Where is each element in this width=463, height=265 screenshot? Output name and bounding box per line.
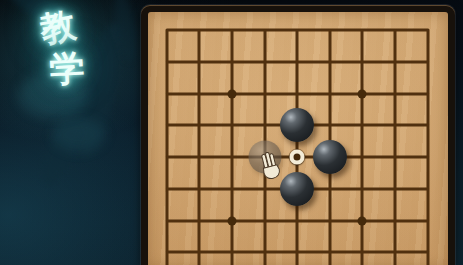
go-board[interactable]: [148, 12, 448, 265]
go-board-grid[interactable]: [167, 30, 428, 265]
grid-line-vertical: [361, 29, 364, 265]
title-char-jiao: 教: [37, 3, 79, 49]
title-char-xue: 学: [48, 47, 85, 90]
grid-line-vertical: [230, 29, 233, 265]
cyan-mist-decoration: [52, 118, 106, 152]
black-stone: [313, 140, 347, 174]
grid-line-vertical: [165, 29, 168, 265]
grid-line-vertical: [394, 29, 397, 265]
star-point: [358, 89, 367, 98]
grid-line-horizontal: [166, 219, 429, 222]
grid-line-vertical: [296, 29, 299, 265]
star-point: [227, 89, 236, 98]
grid-line-horizontal: [166, 251, 429, 254]
go-board-frame: [141, 5, 455, 265]
ghost-stone-hover-preview[interactable]: [248, 141, 281, 174]
star-point: [227, 216, 236, 225]
black-stone: [280, 108, 314, 142]
black-stone: [280, 172, 314, 206]
ring-marker: [290, 150, 305, 165]
grid-line-vertical: [198, 29, 201, 265]
go-tutorial-screen: { "left_panel": { "title_vertical": "教学"…: [0, 0, 463, 265]
grid-line-vertical: [426, 29, 429, 265]
tutorial-mode-title: 教 学: [29, 3, 91, 92]
star-point: [358, 216, 367, 225]
